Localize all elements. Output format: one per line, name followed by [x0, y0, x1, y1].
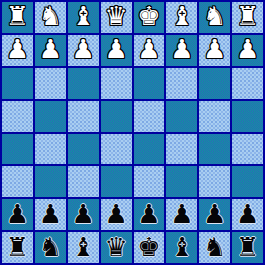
- square-g8[interactable]: ♞: [199, 232, 230, 263]
- square-d7[interactable]: ♟: [101, 199, 132, 230]
- square-b3[interactable]: [35, 68, 66, 99]
- square-g6[interactable]: [199, 166, 230, 197]
- square-g5[interactable]: [199, 134, 230, 165]
- black-pawn-piece[interactable]: ♟: [203, 201, 226, 227]
- square-b7[interactable]: ♟: [35, 199, 66, 230]
- square-g3[interactable]: [199, 68, 230, 99]
- square-g2[interactable]: ♟: [199, 35, 230, 66]
- chess-board: ♜♞♝♛♚♝♞♜♟♟♟♟♟♟♟♟♟♟♟♟♟♟♟♟♜♞♝♛♚♝♞♜: [0, 0, 265, 265]
- square-e4[interactable]: [134, 101, 165, 132]
- white-knight-piece[interactable]: ♞: [39, 3, 62, 29]
- square-b4[interactable]: [35, 101, 66, 132]
- square-f2[interactable]: ♟: [166, 35, 197, 66]
- square-c3[interactable]: [68, 68, 99, 99]
- square-f6[interactable]: [166, 166, 197, 197]
- square-e1[interactable]: ♚: [134, 2, 165, 33]
- square-c5[interactable]: [68, 134, 99, 165]
- square-b6[interactable]: [35, 166, 66, 197]
- square-a6[interactable]: [2, 166, 33, 197]
- square-a3[interactable]: [2, 68, 33, 99]
- square-d3[interactable]: [101, 68, 132, 99]
- white-pawn-piece[interactable]: ♟: [203, 36, 226, 62]
- square-h5[interactable]: [232, 134, 263, 165]
- square-e6[interactable]: [134, 166, 165, 197]
- white-pawn-piece[interactable]: ♟: [39, 36, 62, 62]
- square-h8[interactable]: ♜: [232, 232, 263, 263]
- square-a2[interactable]: ♟: [2, 35, 33, 66]
- square-e7[interactable]: ♟: [134, 199, 165, 230]
- square-d1[interactable]: ♛: [101, 2, 132, 33]
- square-h1[interactable]: ♜: [232, 2, 263, 33]
- square-d5[interactable]: [101, 134, 132, 165]
- square-c4[interactable]: [68, 101, 99, 132]
- white-pawn-piece[interactable]: ♟: [137, 36, 160, 62]
- white-bishop-piece[interactable]: ♝: [170, 3, 193, 29]
- square-h3[interactable]: [232, 68, 263, 99]
- black-knight-piece[interactable]: ♞: [203, 234, 226, 260]
- square-c2[interactable]: ♟: [68, 35, 99, 66]
- black-bishop-piece[interactable]: ♝: [170, 234, 193, 260]
- black-pawn-piece[interactable]: ♟: [72, 201, 95, 227]
- square-c6[interactable]: [68, 166, 99, 197]
- black-rook-piece[interactable]: ♜: [236, 234, 259, 260]
- square-h4[interactable]: [232, 101, 263, 132]
- square-b1[interactable]: ♞: [35, 2, 66, 33]
- black-queen-piece[interactable]: ♛: [104, 234, 127, 260]
- square-a1[interactable]: ♜: [2, 2, 33, 33]
- white-pawn-piece[interactable]: ♟: [170, 36, 193, 62]
- square-d2[interactable]: ♟: [101, 35, 132, 66]
- black-pawn-piece[interactable]: ♟: [236, 201, 259, 227]
- square-e5[interactable]: [134, 134, 165, 165]
- black-pawn-piece[interactable]: ♟: [137, 201, 160, 227]
- square-h7[interactable]: ♟: [232, 199, 263, 230]
- square-a8[interactable]: ♜: [2, 232, 33, 263]
- square-b5[interactable]: [35, 134, 66, 165]
- square-d4[interactable]: [101, 101, 132, 132]
- square-b2[interactable]: ♟: [35, 35, 66, 66]
- black-pawn-piece[interactable]: ♟: [170, 201, 193, 227]
- black-pawn-piece[interactable]: ♟: [39, 201, 62, 227]
- square-c7[interactable]: ♟: [68, 199, 99, 230]
- white-knight-piece[interactable]: ♞: [203, 3, 226, 29]
- black-pawn-piece[interactable]: ♟: [104, 201, 127, 227]
- square-e2[interactable]: ♟: [134, 35, 165, 66]
- square-d6[interactable]: [101, 166, 132, 197]
- white-bishop-piece[interactable]: ♝: [72, 3, 95, 29]
- black-pawn-piece[interactable]: ♟: [6, 201, 29, 227]
- square-f5[interactable]: [166, 134, 197, 165]
- square-f3[interactable]: [166, 68, 197, 99]
- square-f7[interactable]: ♟: [166, 199, 197, 230]
- square-f1[interactable]: ♝: [166, 2, 197, 33]
- square-h6[interactable]: [232, 166, 263, 197]
- black-king-piece[interactable]: ♚: [137, 234, 160, 260]
- square-d8[interactable]: ♛: [101, 232, 132, 263]
- square-c1[interactable]: ♝: [68, 2, 99, 33]
- square-g1[interactable]: ♞: [199, 2, 230, 33]
- white-king-piece[interactable]: ♚: [137, 3, 160, 29]
- black-rook-piece[interactable]: ♜: [6, 234, 29, 260]
- square-h2[interactable]: ♟: [232, 35, 263, 66]
- square-b8[interactable]: ♞: [35, 232, 66, 263]
- square-f4[interactable]: [166, 101, 197, 132]
- white-pawn-piece[interactable]: ♟: [104, 36, 127, 62]
- square-g4[interactable]: [199, 101, 230, 132]
- square-f8[interactable]: ♝: [166, 232, 197, 263]
- square-e3[interactable]: [134, 68, 165, 99]
- white-rook-piece[interactable]: ♜: [6, 3, 29, 29]
- white-pawn-piece[interactable]: ♟: [72, 36, 95, 62]
- square-a7[interactable]: ♟: [2, 199, 33, 230]
- white-pawn-piece[interactable]: ♟: [236, 36, 259, 62]
- square-c8[interactable]: ♝: [68, 232, 99, 263]
- black-bishop-piece[interactable]: ♝: [72, 234, 95, 260]
- black-knight-piece[interactable]: ♞: [39, 234, 62, 260]
- square-a4[interactable]: [2, 101, 33, 132]
- white-queen-piece[interactable]: ♛: [104, 3, 127, 29]
- square-g7[interactable]: ♟: [199, 199, 230, 230]
- board-grid: ♜♞♝♛♚♝♞♜♟♟♟♟♟♟♟♟♟♟♟♟♟♟♟♟♜♞♝♛♚♝♞♜: [2, 2, 263, 263]
- square-e8[interactable]: ♚: [134, 232, 165, 263]
- white-pawn-piece[interactable]: ♟: [6, 36, 29, 62]
- square-a5[interactable]: [2, 134, 33, 165]
- white-rook-piece[interactable]: ♜: [236, 3, 259, 29]
